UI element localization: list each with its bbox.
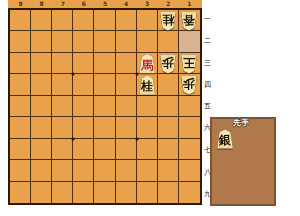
piece-glyph: 歩 — [183, 78, 195, 90]
square-5-7 — [94, 139, 115, 160]
piece-sente-3-3: 馬 — [138, 54, 156, 74]
file-coordinates: 987654321 — [8, 0, 202, 8]
square-8-8 — [31, 160, 52, 181]
hand-owner-label: 先手 — [233, 118, 250, 128]
square-3-1 — [137, 10, 158, 31]
file-label: 2 — [158, 0, 179, 8]
hand-piece: 銀 — [216, 129, 234, 149]
square-1-7 — [179, 139, 200, 160]
square-6-4 — [73, 74, 94, 95]
square-8-3 — [31, 53, 52, 74]
square-8-7 — [31, 139, 52, 160]
square-7-6 — [52, 117, 73, 138]
board-grid — [10, 10, 200, 203]
square-9-8 — [10, 160, 31, 181]
square-6-8 — [73, 160, 94, 181]
square-1-5 — [179, 96, 200, 117]
piece-gote-1-3: 王 — [180, 54, 198, 74]
square-3-9 — [137, 182, 158, 203]
piece-glyph: 桂 — [141, 80, 153, 92]
square-8-5 — [31, 96, 52, 117]
square-9-1 — [10, 10, 31, 31]
square-7-4 — [52, 74, 73, 95]
square-9-4 — [10, 74, 31, 95]
square-1-6 — [179, 117, 200, 138]
file-label: 9 — [10, 0, 31, 8]
square-4-3 — [116, 53, 137, 74]
square-8-4 — [31, 74, 52, 95]
square-7-7 — [52, 139, 73, 160]
square-7-1 — [52, 10, 73, 31]
square-8-9 — [31, 182, 52, 203]
square-5-2 — [94, 31, 115, 52]
square-4-6 — [116, 117, 137, 138]
square-4-7 — [116, 139, 137, 160]
square-5-8 — [94, 160, 115, 181]
square-2-6 — [158, 117, 179, 138]
star-point — [72, 73, 75, 76]
rank-label: 四 — [204, 74, 214, 96]
square-4-5 — [116, 96, 137, 117]
square-7-3 — [52, 53, 73, 74]
shogi-board: 桂香馬歩王桂歩 — [8, 8, 202, 205]
square-6-9 — [73, 182, 94, 203]
piece-gote-2-1: 桂 — [159, 11, 177, 31]
piece-sente-3-4: 桂 — [138, 75, 156, 95]
star-point — [72, 137, 75, 140]
square-9-2 — [10, 31, 31, 52]
square-3-7 — [137, 139, 158, 160]
square-3-2 — [137, 31, 158, 52]
rank-label: 三 — [204, 52, 214, 74]
square-7-8 — [52, 160, 73, 181]
file-label: 5 — [94, 0, 115, 8]
square-7-9 — [52, 182, 73, 203]
piece-glyph: 銀 — [219, 134, 231, 146]
square-8-1 — [31, 10, 52, 31]
square-1-2 — [179, 31, 200, 52]
square-4-1 — [116, 10, 137, 31]
square-2-8 — [158, 160, 179, 181]
square-6-6 — [73, 117, 94, 138]
rank-label: 一 — [204, 8, 214, 30]
square-9-9 — [10, 182, 31, 203]
square-3-8 — [137, 160, 158, 181]
square-2-2 — [158, 31, 179, 52]
square-9-6 — [10, 117, 31, 138]
square-1-9 — [179, 182, 200, 203]
square-5-1 — [94, 10, 115, 31]
square-9-7 — [10, 139, 31, 160]
piece-gote-1-4: 歩 — [180, 75, 198, 95]
square-6-7 — [73, 139, 94, 160]
board-block: 987654321 桂香馬歩王桂歩 — [8, 0, 202, 205]
piece-gote-1-1: 香 — [180, 11, 198, 31]
piece-glyph: 馬 — [141, 59, 153, 71]
square-5-4 — [94, 74, 115, 95]
square-3-5 — [137, 96, 158, 117]
file-label: 3 — [137, 0, 158, 8]
square-2-7 — [158, 139, 179, 160]
square-5-9 — [94, 182, 115, 203]
square-2-4 — [158, 74, 179, 95]
square-2-5 — [158, 96, 179, 117]
square-6-2 — [73, 31, 94, 52]
piece-glyph: 王 — [183, 57, 195, 69]
square-1-8 — [179, 160, 200, 181]
star-point — [135, 137, 138, 140]
square-4-9 — [116, 182, 137, 203]
square-7-2 — [52, 31, 73, 52]
square-6-5 — [73, 96, 94, 117]
square-2-9 — [158, 182, 179, 203]
square-6-1 — [73, 10, 94, 31]
square-5-5 — [94, 96, 115, 117]
square-5-3 — [94, 53, 115, 74]
file-label: 8 — [31, 0, 52, 8]
piece-glyph: 歩 — [162, 57, 174, 69]
square-7-5 — [52, 96, 73, 117]
square-3-6 — [137, 117, 158, 138]
piece-glyph: 桂 — [162, 14, 174, 26]
square-8-2 — [31, 31, 52, 52]
komadai-sente: 先手 銀 — [210, 117, 276, 206]
rank-label: 五 — [204, 96, 214, 118]
piece-glyph: 香 — [183, 14, 195, 26]
rank-label: 二 — [204, 30, 214, 52]
pieces-in-hand: 銀 — [215, 128, 235, 150]
file-label: 4 — [116, 0, 137, 8]
square-4-4 — [116, 74, 137, 95]
file-label: 6 — [73, 0, 94, 8]
piece-gote-2-3: 歩 — [159, 54, 177, 74]
square-9-3 — [10, 53, 31, 74]
file-label: 1 — [179, 0, 200, 8]
file-label: 7 — [52, 0, 73, 8]
square-9-5 — [10, 96, 31, 117]
shogi-diagram: 987654321 桂香馬歩王桂歩 一二三四五六七八九 先手 銀 — [0, 0, 300, 216]
square-4-2 — [116, 31, 137, 52]
square-8-6 — [31, 117, 52, 138]
square-5-6 — [94, 117, 115, 138]
square-6-3 — [73, 53, 94, 74]
square-4-8 — [116, 160, 137, 181]
